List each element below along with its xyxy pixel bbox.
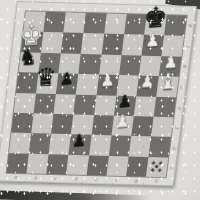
black-pawn-glyph: ♟ [59, 71, 74, 89]
piece-white-pawn-g5: ♟ [137, 75, 160, 96]
piece-white-pawn-e5: ♟ [96, 74, 119, 95]
piece-white-pawn-g7: ♟ [142, 34, 165, 55]
black-king-glyph: ♚ [143, 3, 168, 32]
board-perspective-wrapper: ♚♚♟♞♟♛♟♟♟♝♟♟♟ abcdefgh 87654321 [0, 0, 200, 200]
piece-black-pawn-d2: ♟ [68, 135, 91, 156]
black-pawn-glyph: ♟ [72, 132, 87, 150]
white-pawn-glyph: ♟ [140, 73, 155, 91]
pieces-layer: ♚♚♟♞♟♛♟♟♟♝♟♟♟ [6, 10, 188, 178]
piece-white-pawn-f3: ♟ [111, 116, 134, 137]
piece-black-queen-b5: ♛ [35, 73, 58, 94]
white-bishop-glyph: ♝ [158, 70, 177, 92]
piece-white-bishop-h5: ♝ [157, 76, 180, 97]
black-queen-glyph: ♛ [35, 64, 56, 90]
white-pawn-glyph: ♟ [100, 72, 115, 90]
black-pawn-glyph: ♟ [117, 93, 132, 111]
chessboard: ♚♚♟♞♟♛♟♟♟♝♟♟♟ abcdefgh 87654321 [0, 1, 197, 186]
piece-black-pawn-c5: ♟ [56, 73, 79, 94]
white-pawn-glyph: ♟ [115, 113, 130, 131]
chess-photo-scene: ♚♚♟♞♟♛♟♟♟♝♟♟♟ abcdefgh 87654321 [0, 0, 200, 200]
white-pawn-glyph: ♟ [145, 32, 160, 50]
